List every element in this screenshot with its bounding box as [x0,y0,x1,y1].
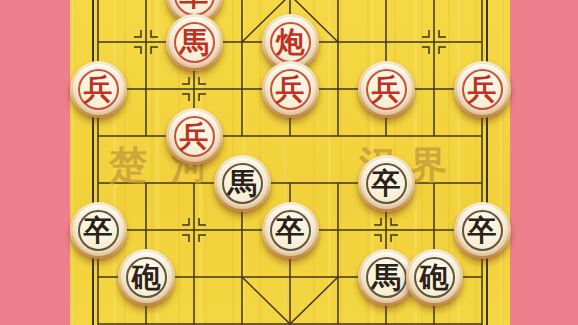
piece-glyph: 卒 [372,169,401,198]
piece-face: 兵 [457,64,508,115]
black-soldier[interactable]: 卒 [70,202,127,259]
red-soldier[interactable]: 兵 [454,61,511,118]
piece-glyph: 砲 [420,263,449,292]
black-cannon[interactable]: 砲 [118,249,175,306]
piece-glyph: 馬 [228,169,257,198]
black-cannon[interactable]: 砲 [406,249,463,306]
piece-glyph: 砲 [132,263,161,292]
red-soldier[interactable]: 兵 [70,61,127,118]
screenshot-canvas: 楚 河 汉 界 車馬炮兵兵兵兵兵馬卒卒卒卒砲馬砲 [0,0,578,325]
piece-glyph: 兵 [84,75,113,104]
piece-glyph: 卒 [468,216,497,245]
piece-face: 馬 [169,17,220,68]
piece-face: 卒 [457,205,508,256]
piece-face: 卒 [265,205,316,256]
red-soldier[interactable]: 兵 [262,61,319,118]
piece-face: 砲 [121,252,172,303]
piece-face: 卒 [361,158,412,209]
piece-glyph: 馬 [180,28,209,57]
piece-face: 兵 [169,111,220,162]
piece-glyph: 卒 [84,216,113,245]
piece-face: 馬 [217,158,268,209]
piece-glyph: 車 [180,0,209,10]
piece-face: 兵 [361,64,412,115]
piece-face: 砲 [409,252,460,303]
black-horse[interactable]: 馬 [214,155,271,212]
red-horse[interactable]: 馬 [166,14,223,71]
river-label-chu: 楚 [109,146,147,184]
piece-face: 馬 [361,252,412,303]
piece-face: 兵 [73,64,124,115]
black-soldier[interactable]: 卒 [454,202,511,259]
piece-face: 炮 [265,17,316,68]
piece-glyph: 卒 [276,216,305,245]
piece-face: 卒 [73,205,124,256]
piece-glyph: 兵 [180,122,209,151]
piece-glyph: 兵 [372,75,401,104]
black-soldier[interactable]: 卒 [262,202,319,259]
red-soldier[interactable]: 兵 [166,108,223,165]
piece-glyph: 炮 [276,28,305,57]
piece-face: 兵 [265,64,316,115]
red-soldier[interactable]: 兵 [358,61,415,118]
black-soldier[interactable]: 卒 [358,155,415,212]
piece-glyph: 兵 [468,75,497,104]
piece-glyph: 馬 [372,263,401,292]
river-label-jie: 界 [409,146,447,184]
piece-glyph: 兵 [276,75,305,104]
